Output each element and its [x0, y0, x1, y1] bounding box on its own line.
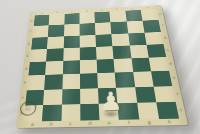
square-f8[interactable]	[110, 11, 127, 23]
square-b3[interactable]	[44, 74, 62, 89]
square-h6[interactable]	[144, 32, 163, 45]
file-label-c-bottom: c	[61, 120, 80, 127]
square-b6[interactable]	[47, 36, 63, 49]
file-label-f-bottom: f	[119, 119, 140, 126]
piece-white-pawn-e1[interactable]: ♟	[100, 88, 123, 117]
square-d8[interactable]	[79, 12, 95, 24]
square-f5[interactable]	[113, 45, 131, 59]
square-a7[interactable]	[32, 25, 48, 37]
square-c5[interactable]	[63, 47, 80, 60]
square-a8[interactable]	[34, 15, 50, 26]
square-c4[interactable]	[62, 60, 79, 74]
square-g5[interactable]	[129, 45, 148, 59]
square-e3[interactable]	[97, 73, 116, 88]
file-label-g-bottom: g	[139, 119, 160, 126]
square-c1[interactable]	[61, 104, 80, 121]
rank-label-8-right: 8	[157, 9, 164, 20]
rank-label-7-right: 7	[159, 20, 167, 32]
square-e8[interactable]	[94, 12, 110, 24]
square-e7[interactable]	[95, 22, 112, 34]
square-e4[interactable]	[97, 59, 115, 73]
square-b8[interactable]	[49, 14, 65, 26]
square-h8[interactable]	[140, 9, 158, 21]
square-h7[interactable]	[142, 20, 161, 32]
square-a4[interactable]	[28, 62, 46, 76]
square-h5[interactable]	[146, 44, 166, 58]
square-a6[interactable]	[31, 37, 48, 50]
square-h3[interactable]	[151, 71, 172, 86]
square-h4[interactable]	[149, 57, 170, 72]
square-f6[interactable]	[112, 33, 130, 46]
square-g8[interactable]	[125, 10, 142, 22]
square-e5[interactable]	[96, 46, 114, 60]
square-e6[interactable]	[95, 34, 112, 47]
square-a5[interactable]	[30, 49, 47, 62]
file-label-e-bottom: e	[99, 119, 119, 126]
square-b1[interactable]	[42, 104, 61, 121]
square-b7[interactable]	[48, 25, 64, 37]
file-label-a-bottom: a	[23, 121, 42, 128]
square-f3[interactable]	[115, 72, 135, 87]
square-c3[interactable]	[62, 74, 80, 89]
square-b2[interactable]	[43, 89, 62, 105]
square-g7[interactable]	[126, 21, 144, 33]
square-f4[interactable]	[114, 58, 133, 72]
square-f7[interactable]	[111, 22, 128, 34]
knight-icon: ♘	[24, 104, 32, 112]
file-label-b-bottom: b	[42, 120, 61, 127]
square-d5[interactable]	[80, 47, 97, 61]
square-h2[interactable]	[153, 86, 175, 102]
square-c2[interactable]	[62, 88, 80, 104]
square-d6[interactable]	[79, 35, 96, 48]
square-d2[interactable]	[80, 88, 99, 104]
square-c8[interactable]	[64, 13, 79, 25]
square-g4[interactable]	[131, 58, 151, 72]
file-label-d-bottom: d	[80, 120, 100, 127]
file-label-h-bottom: h	[159, 118, 181, 125]
square-c7[interactable]	[64, 24, 80, 36]
square-g6[interactable]	[128, 32, 147, 45]
photo-scene: aabbccddeeffgghh8877665544332211 ♘ ♟	[0, 0, 200, 134]
square-a3[interactable]	[27, 75, 45, 90]
square-b4[interactable]	[45, 61, 63, 75]
square-d7[interactable]	[79, 23, 95, 35]
square-d4[interactable]	[80, 60, 98, 74]
square-d3[interactable]	[80, 73, 98, 88]
square-b5[interactable]	[46, 48, 63, 61]
square-d1[interactable]	[80, 103, 99, 120]
square-c6[interactable]	[63, 35, 79, 48]
